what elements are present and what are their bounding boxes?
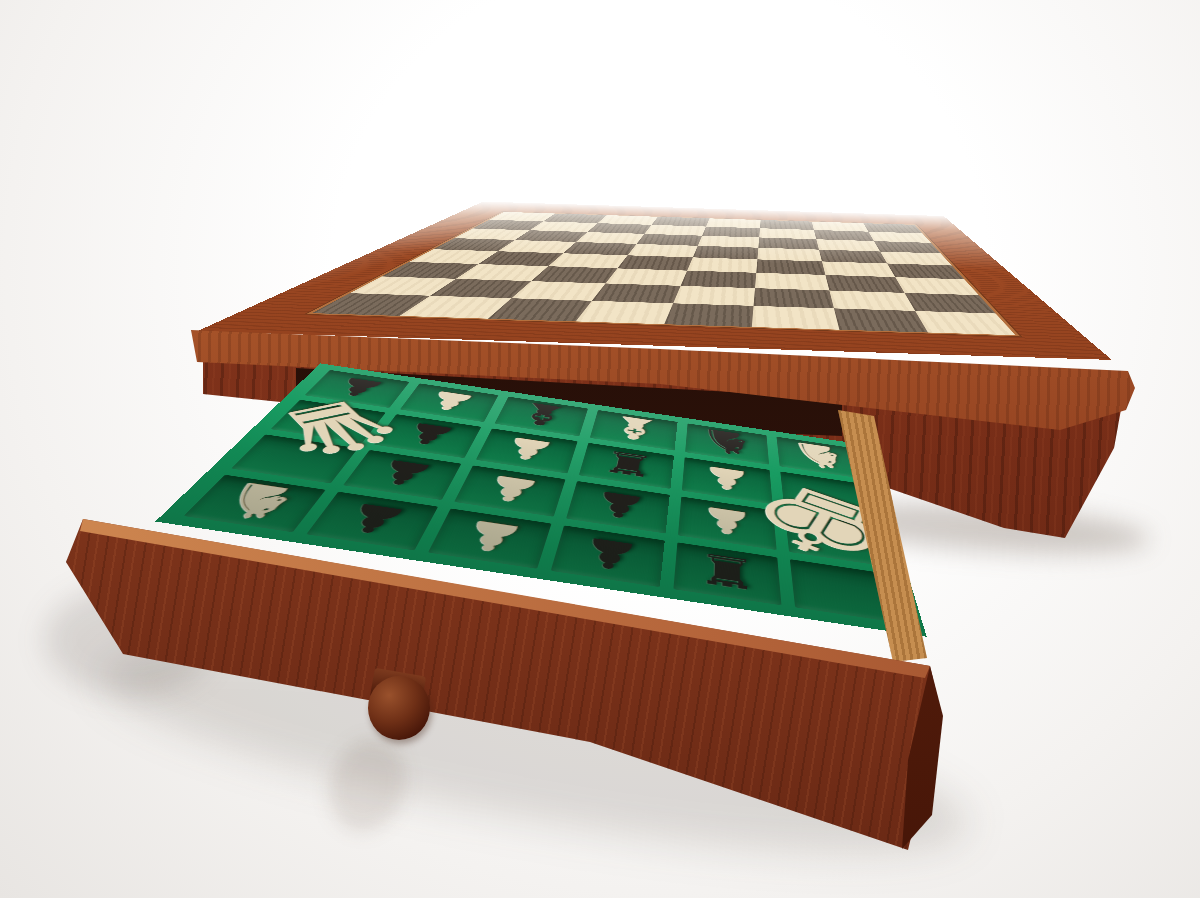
chessboard — [306, 212, 1020, 337]
black-bishop[interactable]: ♝ — [508, 397, 576, 433]
board-square[interactable] — [752, 306, 840, 330]
drawer-compartment: ♟ — [454, 465, 565, 517]
scene: ♟♟♝♝♞♞♛♟♟♜♟♚♟♟♟♟♞♟♟♟♜ — [0, 0, 1200, 898]
drawer-knob[interactable] — [368, 676, 430, 740]
white-pawn[interactable]: ♟ — [498, 433, 558, 466]
board-square[interactable] — [915, 311, 1016, 335]
drawer-compartment: ♜ — [579, 443, 674, 489]
drawer-compartment: ♟ — [566, 481, 669, 534]
white-pawn[interactable]: ♟ — [455, 514, 529, 559]
white-knight[interactable]: ♞ — [201, 474, 313, 528]
board-square[interactable] — [664, 303, 754, 327]
drawer-compartment: ♟ — [306, 492, 438, 551]
white-pawn[interactable]: ♟ — [421, 387, 481, 416]
black-pawn[interactable]: ♟ — [576, 531, 642, 577]
white-pawn[interactable]: ♟ — [702, 461, 753, 496]
drawer-compartment: ♟ — [428, 509, 551, 569]
drawer-compartment: ♞ — [184, 475, 326, 532]
board-square[interactable] — [576, 301, 673, 324]
black-pawn[interactable]: ♟ — [334, 497, 415, 541]
drawer-compartment: ♟ — [476, 428, 577, 473]
black-knight[interactable]: ♞ — [697, 423, 757, 462]
white-pawn[interactable]: ♟ — [478, 470, 544, 509]
white-bishop[interactable]: ♝ — [603, 410, 665, 447]
drawer-compartment: ♛ — [271, 400, 386, 443]
board-square[interactable] — [834, 308, 927, 332]
black-pawn[interactable]: ♟ — [589, 485, 649, 525]
drawer-compartment: ♟ — [551, 526, 665, 588]
black-rook[interactable]: ♜ — [598, 446, 656, 482]
knob-shadow — [317, 729, 418, 843]
black-rook[interactable]: ♜ — [695, 546, 759, 596]
